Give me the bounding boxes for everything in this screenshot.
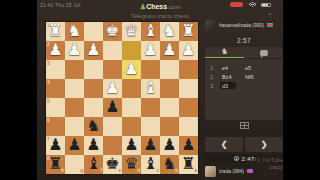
square-d8[interactable]: ♛d <box>122 155 141 174</box>
square-g7[interactable]: ♟ <box>65 136 84 155</box>
square-b7[interactable]: ♟ <box>160 136 179 155</box>
moves-tab-knight-icon: ♞ <box>221 48 228 56</box>
square-d2[interactable] <box>122 41 141 60</box>
square-c6[interactable] <box>141 117 160 136</box>
white-pawn: ♟ <box>122 60 141 79</box>
player-name: izada (984) <box>219 168 244 174</box>
black-knight: ♞ <box>84 117 103 136</box>
tab-moves[interactable]: ♞ <box>205 47 244 58</box>
square-e4[interactable]: ♟ <box>103 79 122 98</box>
square-b6[interactable] <box>160 117 179 136</box>
rank-label-7: 7 <box>47 137 50 142</box>
square-f2[interactable]: ♟ <box>84 41 103 60</box>
square-g5[interactable] <box>65 98 84 117</box>
square-g1[interactable]: ♞ <box>65 22 84 41</box>
square-h3[interactable]: 3 <box>46 60 65 79</box>
square-e1[interactable]: ♚ <box>103 22 122 41</box>
square-b4[interactable] <box>160 79 179 98</box>
logo-suffix: .com <box>167 4 180 10</box>
square-f4[interactable] <box>84 79 103 98</box>
square-b5[interactable] <box>160 98 179 117</box>
white-pawn: ♟ <box>103 79 122 98</box>
square-f3[interactable] <box>84 60 103 79</box>
white-king: ♚ <box>103 22 122 41</box>
move-number: 1. <box>210 65 220 71</box>
opponent-flag-icon <box>267 23 273 27</box>
square-g8[interactable]: g <box>65 155 84 174</box>
black-pawn: ♟ <box>179 136 198 155</box>
square-c8[interactable]: ♝c <box>141 155 160 174</box>
square-h2[interactable]: ♟2 <box>46 41 65 60</box>
move-nav: ❮ ❯ <box>205 137 283 152</box>
square-h8[interactable]: ♜8h <box>46 155 65 174</box>
square-d4[interactable] <box>122 79 141 98</box>
player-clock-bar: 2:47 <box>205 154 283 163</box>
player-avatar[interactable] <box>205 166 216 177</box>
white-queen: ♛ <box>122 22 141 41</box>
square-e6[interactable] <box>103 117 122 136</box>
square-a2[interactable]: ♟ <box>179 41 198 60</box>
move-number: 3. <box>210 83 220 89</box>
white-knight: ♞ <box>65 22 84 41</box>
square-b1[interactable]: ♞ <box>160 22 179 41</box>
square-a5[interactable] <box>179 98 198 117</box>
square-e5[interactable]: ♟ <box>103 98 122 117</box>
white-pawn: ♟ <box>179 41 198 60</box>
square-f1[interactable] <box>84 22 103 41</box>
square-h5[interactable]: 5 <box>46 98 65 117</box>
opponent-clock: 2:57 <box>205 37 283 44</box>
panel-tabs: ♞ <box>205 47 283 59</box>
prev-move-button[interactable]: ❮ <box>205 137 243 152</box>
player-badge-icon <box>247 169 253 173</box>
tab-chat[interactable] <box>244 47 283 58</box>
timer-icon <box>234 156 239 161</box>
square-e8[interactable]: ♚e <box>103 155 122 174</box>
file-label-h: h <box>61 168 64 173</box>
rank-label-6: 6 <box>47 118 50 123</box>
move-black-2[interactable]: Nf6 <box>243 73 259 80</box>
square-g3[interactable] <box>65 60 84 79</box>
opponent-name: hasanvalizada (990) <box>219 22 264 28</box>
square-c7[interactable]: ♟ <box>141 136 160 155</box>
square-g2[interactable]: ♟ <box>65 41 84 60</box>
square-a3[interactable] <box>179 60 198 79</box>
square-c3[interactable] <box>141 60 160 79</box>
black-pawn: ♟ <box>65 136 84 155</box>
chesscom-logo: ♟Chess.com <box>37 3 283 11</box>
square-a7[interactable]: ♟ <box>179 136 198 155</box>
square-a4[interactable] <box>179 79 198 98</box>
white-bishop: ♝ <box>141 79 160 98</box>
file-label-e: e <box>118 168 121 173</box>
move-row-2: 2.Bc4Nf6 <box>210 72 283 81</box>
next-move-button[interactable]: ❯ <box>245 137 283 152</box>
black-pawn: ♟ <box>160 136 179 155</box>
board-grid-icon[interactable] <box>240 122 249 129</box>
white-pawn: ♟ <box>141 41 160 60</box>
square-h4[interactable]: 4 <box>46 79 65 98</box>
white-pawn: ♟ <box>160 41 179 60</box>
move-black-1[interactable]: e5 <box>243 64 259 71</box>
white-pawn: ♟ <box>65 41 84 60</box>
square-f6[interactable]: ♞ <box>84 117 103 136</box>
square-d1[interactable]: ♛ <box>122 22 141 41</box>
white-knight: ♞ <box>160 22 179 41</box>
rank-label-3: 3 <box>47 61 50 66</box>
chess-board: ♜1♞♚♛♝♞♜♟2♟♟♟♟♟3♟4♟♝5♟6♞♟7♟♟♟♟♟♟♜8hg♝f♚e… <box>46 22 198 174</box>
black-pawn: ♟ <box>141 136 160 155</box>
square-c2[interactable]: ♟ <box>141 41 160 60</box>
move-white-3[interactable]: d3 <box>220 82 236 89</box>
square-d5[interactable] <box>122 98 141 117</box>
white-pawn: ♟ <box>84 41 103 60</box>
black-pawn: ♟ <box>103 98 122 117</box>
file-label-a: a <box>194 168 197 173</box>
opponent-row[interactable]: hasanvalizada (990) <box>205 19 283 31</box>
file-label-d: d <box>137 168 140 173</box>
move-row-3: 3.d3 <box>210 81 283 90</box>
player-row[interactable]: izada (984) <box>205 165 283 177</box>
square-c1[interactable]: ♝ <box>141 22 160 41</box>
square-d7[interactable]: ♟ <box>122 136 141 155</box>
rank-label-8: 8 <box>47 156 50 161</box>
file-label-b: b <box>175 168 178 173</box>
square-c5[interactable] <box>141 98 160 117</box>
square-f5[interactable] <box>84 98 103 117</box>
move-row-1: 1.e4e5 <box>210 63 283 72</box>
square-f8[interactable]: ♝f <box>84 155 103 174</box>
moves-panel: ♞ 1.e4e52.Bc4Nf63.d3 <box>205 47 283 120</box>
square-d3[interactable]: ♟ <box>122 60 141 79</box>
move-list: 1.e4e52.Bc4Nf63.d3 <box>205 59 283 90</box>
square-b2[interactable]: ♟ <box>160 41 179 60</box>
square-g6[interactable] <box>65 117 84 136</box>
file-label-f: f <box>101 168 103 173</box>
square-g4[interactable] <box>65 79 84 98</box>
rank-label-2: 2 <box>47 42 50 47</box>
square-h7[interactable]: ♟7 <box>46 136 65 155</box>
square-b8[interactable]: ♞b <box>160 155 179 174</box>
file-label-g: g <box>80 168 83 173</box>
white-bishop: ♝ <box>141 22 160 41</box>
rank-label-5: 5 <box>47 99 50 104</box>
move-number: 2. <box>210 74 220 80</box>
square-h1[interactable]: ♜1 <box>46 22 65 41</box>
move-white-1[interactable]: e4 <box>220 64 236 71</box>
rank-label-1: 1 <box>47 23 50 28</box>
app-screen: 21:41 Thu 25 Jul ⌁ ♟Chess.com Telegram i… <box>37 0 283 180</box>
square-f7[interactable]: ♟ <box>84 136 103 155</box>
file-label-c: c <box>156 168 159 173</box>
video-frame: 21:41 Thu 25 Jul ⌁ ♟Chess.com Telegram i… <box>0 0 320 180</box>
chat-bubble-icon <box>260 50 268 56</box>
square-h6[interactable]: 6 <box>46 117 65 136</box>
square-a1[interactable]: ♜ <box>179 22 198 41</box>
black-pawn: ♟ <box>84 136 103 155</box>
move-white-2[interactable]: Bc4 <box>220 73 236 80</box>
logo-text: Chess <box>146 3 167 10</box>
square-c4[interactable]: ♝ <box>141 79 160 98</box>
square-a6[interactable] <box>179 117 198 136</box>
square-d6[interactable] <box>122 117 141 136</box>
black-pawn: ♟ <box>122 136 141 155</box>
square-a8[interactable]: ♜a <box>179 155 198 174</box>
square-e7[interactable] <box>103 136 122 155</box>
white-rook: ♜ <box>179 22 198 41</box>
rank-label-4: 4 <box>47 80 50 85</box>
player-clock: 2:47 <box>242 156 255 162</box>
opponent-avatar[interactable] <box>205 20 216 31</box>
square-e3[interactable] <box>103 60 122 79</box>
square-e2[interactable] <box>103 41 122 60</box>
square-b3[interactable] <box>160 60 179 79</box>
